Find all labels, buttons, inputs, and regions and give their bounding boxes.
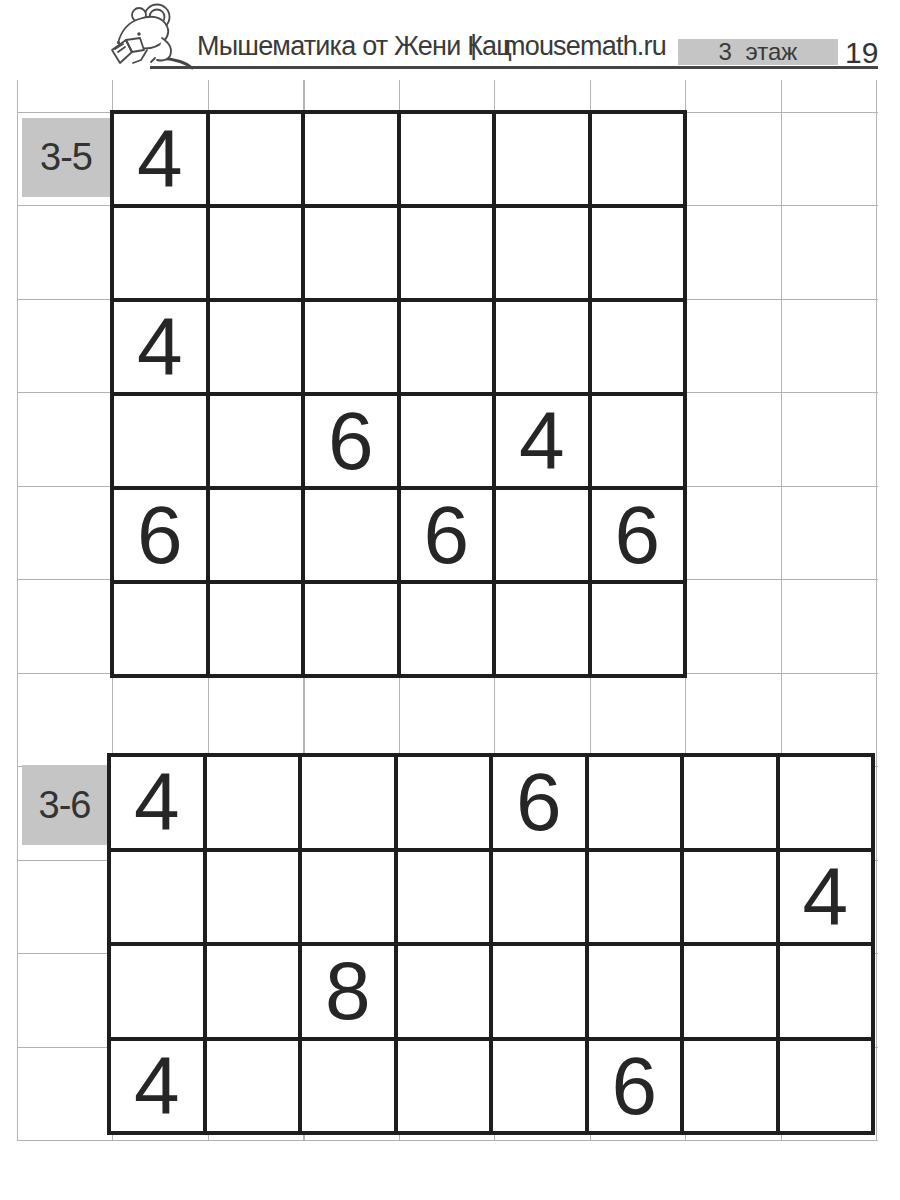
grid-cell-r1c2[interactable] bbox=[205, 755, 301, 850]
grid-cell-r2c6[interactable] bbox=[590, 206, 686, 300]
grid-cell-r2c1[interactable] bbox=[109, 850, 205, 945]
grid-cell-r1c5[interactable] bbox=[494, 112, 590, 206]
puzzle-label-3-5: 3-5 bbox=[22, 118, 110, 197]
grid-cell-r6c4[interactable] bbox=[399, 582, 495, 676]
grid-cell-r4c6[interactable]: 6 bbox=[587, 1039, 683, 1134]
grid-cell-r6c2[interactable] bbox=[208, 582, 304, 676]
grid-cell-r4c3[interactable]: 6 bbox=[303, 394, 399, 488]
grid-cell-r2c5[interactable] bbox=[491, 850, 587, 945]
grid-cell-r4c7[interactable] bbox=[682, 1039, 778, 1134]
grid-cell-r3c3[interactable] bbox=[303, 300, 399, 394]
grid-cell-r1c8[interactable] bbox=[778, 755, 874, 850]
separator: | bbox=[470, 29, 477, 61]
grid-cell-r4c5[interactable]: 4 bbox=[494, 394, 590, 488]
grid-cell-r6c3[interactable] bbox=[303, 582, 399, 676]
grid-cell-r4c5[interactable] bbox=[491, 1039, 587, 1134]
grid-cell-r4c6[interactable] bbox=[590, 394, 686, 488]
grid-cell-r6c5[interactable] bbox=[494, 582, 590, 676]
grid-cell-r2c3[interactable] bbox=[300, 850, 396, 945]
grid-cell-r2c8[interactable]: 4 bbox=[778, 850, 874, 945]
grid-cell-r3c5[interactable] bbox=[491, 944, 587, 1039]
section-badge: 3 этаж bbox=[678, 39, 838, 65]
grid-cell-r5c1[interactable]: 6 bbox=[112, 488, 208, 582]
grid-cell-r5c5[interactable] bbox=[494, 488, 590, 582]
grid-cell-r1c5[interactable]: 6 bbox=[491, 755, 587, 850]
grid-cell-r1c7[interactable] bbox=[682, 755, 778, 850]
grid-cell-r5c4[interactable]: 6 bbox=[399, 488, 495, 582]
grid-cell-r1c4[interactable] bbox=[396, 755, 492, 850]
grid-cell-r6c1[interactable] bbox=[112, 582, 208, 676]
grid-cell-r1c1[interactable]: 4 bbox=[109, 755, 205, 850]
grid-cell-r4c1[interactable]: 4 bbox=[109, 1039, 205, 1134]
grid-cell-r3c6[interactable] bbox=[587, 944, 683, 1039]
grid-cell-r1c1[interactable]: 4 bbox=[112, 112, 208, 206]
mouse-reading-book-icon bbox=[95, 0, 195, 82]
header-rule bbox=[150, 66, 878, 69]
puzzle-grid-3-5: 4464666 bbox=[110, 110, 687, 678]
grid-cell-r3c6[interactable] bbox=[590, 300, 686, 394]
grid-cell-r3c1[interactable]: 4 bbox=[112, 300, 208, 394]
grid-cell-r4c8[interactable] bbox=[778, 1039, 874, 1134]
grid-cell-r3c1[interactable] bbox=[109, 944, 205, 1039]
grid-cell-r3c7[interactable] bbox=[682, 944, 778, 1039]
grid-cell-r4c2[interactable] bbox=[205, 1039, 301, 1134]
grid-cell-r1c3[interactable] bbox=[300, 755, 396, 850]
grid-cell-r4c3[interactable] bbox=[300, 1039, 396, 1134]
grid-cell-r3c8[interactable] bbox=[778, 944, 874, 1039]
page-number: 19 bbox=[845, 36, 878, 70]
grid-cell-r3c3[interactable]: 8 bbox=[300, 944, 396, 1039]
puzzle-label-3-6: 3-6 bbox=[22, 765, 107, 845]
grid-cell-r2c5[interactable] bbox=[494, 206, 590, 300]
grid-cell-r3c2[interactable] bbox=[208, 300, 304, 394]
grid-cell-r1c2[interactable] bbox=[208, 112, 304, 206]
grid-cell-r3c5[interactable] bbox=[494, 300, 590, 394]
grid-cell-r2c2[interactable] bbox=[205, 850, 301, 945]
grid-cell-r1c3[interactable] bbox=[303, 112, 399, 206]
grid-cell-r3c4[interactable] bbox=[399, 300, 495, 394]
grid-cell-r2c4[interactable] bbox=[399, 206, 495, 300]
grid-cell-r2c3[interactable] bbox=[303, 206, 399, 300]
grid-cell-r4c1[interactable] bbox=[112, 394, 208, 488]
grid-cell-r4c4[interactable] bbox=[396, 1039, 492, 1134]
grid-cell-r1c4[interactable] bbox=[399, 112, 495, 206]
grid-cell-r1c6[interactable] bbox=[590, 112, 686, 206]
grid-cell-r4c4[interactable] bbox=[399, 394, 495, 488]
grid-cell-r2c7[interactable] bbox=[682, 850, 778, 945]
grid-cell-r5c2[interactable] bbox=[208, 488, 304, 582]
grid-cell-r5c6[interactable]: 6 bbox=[590, 488, 686, 582]
site-url: mousemath.ru bbox=[503, 31, 666, 62]
grid-cell-r2c4[interactable] bbox=[396, 850, 492, 945]
grid-cell-r2c6[interactable] bbox=[587, 850, 683, 945]
grid-cell-r2c1[interactable] bbox=[112, 206, 208, 300]
brand-title: Мышематика от Жени Кац bbox=[197, 31, 511, 62]
grid-cell-r3c4[interactable] bbox=[396, 944, 492, 1039]
grid-cell-r3c2[interactable] bbox=[205, 944, 301, 1039]
grid-cell-r2c2[interactable] bbox=[208, 206, 304, 300]
worksheet-page: Мышематика от Жени Кац | mousemath.ru 3 … bbox=[0, 0, 900, 1200]
grid-cell-r6c6[interactable] bbox=[590, 582, 686, 676]
puzzle-grid-3-6: 464846 bbox=[107, 753, 875, 1135]
grid-cell-r5c3[interactable] bbox=[303, 488, 399, 582]
grid-cell-r1c6[interactable] bbox=[587, 755, 683, 850]
grid-cell-r4c2[interactable] bbox=[208, 394, 304, 488]
